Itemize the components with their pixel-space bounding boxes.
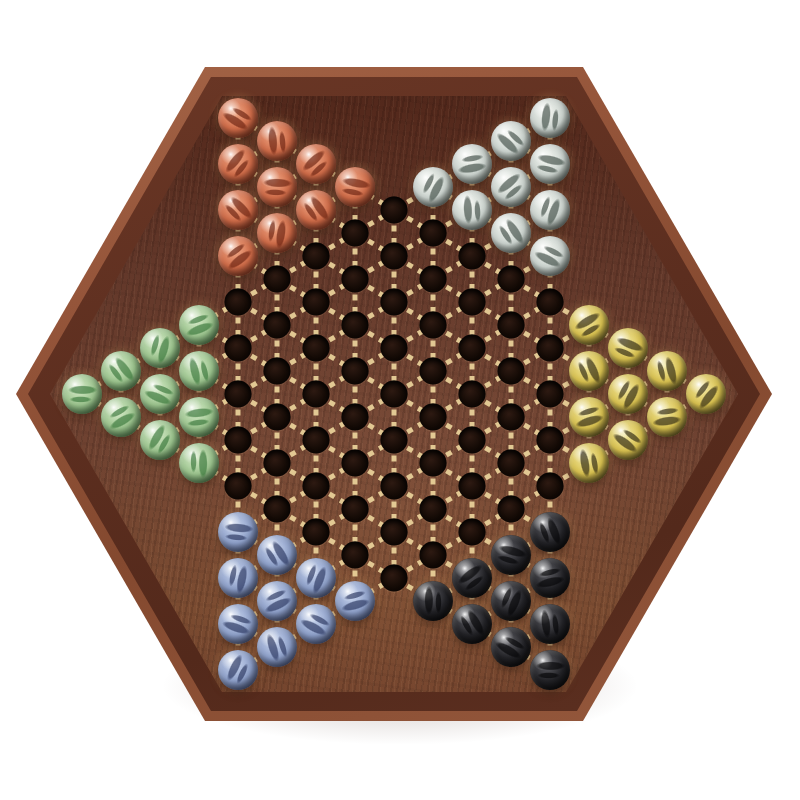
board-hole[interactable] (303, 473, 330, 500)
marble-red[interactable] (335, 167, 375, 207)
board-hole[interactable] (459, 289, 486, 316)
board-hole[interactable] (225, 473, 252, 500)
marble-blue[interactable] (257, 581, 297, 621)
marble-blue[interactable] (257, 627, 297, 667)
marble-red[interactable] (257, 167, 297, 207)
marble-red[interactable] (218, 190, 258, 230)
board-hole[interactable] (342, 496, 369, 523)
marble-blue[interactable] (257, 535, 297, 575)
board-hole[interactable] (303, 381, 330, 408)
board-hole[interactable] (264, 404, 291, 431)
marble-yellow[interactable] (647, 351, 687, 391)
marble-black[interactable] (452, 558, 492, 598)
marble-green[interactable] (140, 374, 180, 414)
board-hole[interactable] (420, 220, 447, 247)
marble-black[interactable] (413, 581, 453, 621)
board-hole[interactable] (537, 427, 564, 454)
board-hole[interactable] (381, 565, 408, 592)
board-hole[interactable] (303, 243, 330, 270)
marble-white[interactable] (530, 190, 570, 230)
marble-black[interactable] (530, 650, 570, 690)
board-hole[interactable] (498, 266, 525, 293)
marble-red[interactable] (218, 144, 258, 184)
board-hole[interactable] (381, 197, 408, 224)
marble-black[interactable] (491, 581, 531, 621)
marble-yellow[interactable] (686, 374, 726, 414)
board-scene (0, 0, 800, 800)
marble-white[interactable] (491, 121, 531, 161)
marble-yellow[interactable] (569, 443, 609, 483)
marble-blue[interactable] (218, 650, 258, 690)
marble-green[interactable] (101, 351, 141, 391)
board-hole[interactable] (537, 289, 564, 316)
marble-yellow[interactable] (569, 351, 609, 391)
marble-blue[interactable] (218, 604, 258, 644)
board-hole[interactable] (264, 266, 291, 293)
board-hole[interactable] (303, 289, 330, 316)
board-hole[interactable] (420, 450, 447, 477)
board-hole[interactable] (303, 519, 330, 546)
board-hole[interactable] (381, 289, 408, 316)
marble-white[interactable] (530, 236, 570, 276)
board-hole[interactable] (420, 496, 447, 523)
marble-black[interactable] (530, 558, 570, 598)
marble-yellow[interactable] (647, 397, 687, 437)
board-hole[interactable] (381, 519, 408, 546)
board-hole[interactable] (264, 496, 291, 523)
marble-red[interactable] (257, 213, 297, 253)
board-hole[interactable] (498, 312, 525, 339)
board-hole[interactable] (225, 427, 252, 454)
marble-black[interactable] (452, 604, 492, 644)
board-hole[interactable] (381, 427, 408, 454)
board-hole[interactable] (537, 473, 564, 500)
marble-white[interactable] (452, 144, 492, 184)
marble-blue[interactable] (218, 558, 258, 598)
board-hole[interactable] (381, 381, 408, 408)
marble-green[interactable] (62, 374, 102, 414)
board-hole[interactable] (303, 427, 330, 454)
marble-white[interactable] (491, 213, 531, 253)
board-hole[interactable] (420, 266, 447, 293)
marble-white[interactable] (530, 98, 570, 138)
board-hole[interactable] (420, 358, 447, 385)
board-hole[interactable] (459, 473, 486, 500)
marble-red[interactable] (296, 144, 336, 184)
marble-yellow[interactable] (569, 397, 609, 437)
marble-green[interactable] (179, 397, 219, 437)
marble-white[interactable] (530, 144, 570, 184)
marble-blue[interactable] (296, 558, 336, 598)
marble-white[interactable] (413, 167, 453, 207)
board-hole[interactable] (342, 450, 369, 477)
board-hole[interactable] (420, 542, 447, 569)
marble-white[interactable] (452, 190, 492, 230)
marble-yellow[interactable] (608, 328, 648, 368)
board-hole[interactable] (459, 243, 486, 270)
marble-green[interactable] (179, 443, 219, 483)
marble-black[interactable] (530, 512, 570, 552)
board-hole[interactable] (342, 220, 369, 247)
marble-green[interactable] (140, 328, 180, 368)
board-hole[interactable] (225, 289, 252, 316)
marble-yellow[interactable] (608, 420, 648, 460)
marble-blue[interactable] (218, 512, 258, 552)
board-hole[interactable] (342, 312, 369, 339)
board-hole[interactable] (342, 404, 369, 431)
board-hole[interactable] (225, 335, 252, 362)
board-hole[interactable] (459, 519, 486, 546)
marble-green[interactable] (140, 420, 180, 460)
board-hole[interactable] (498, 358, 525, 385)
board-hole[interactable] (381, 473, 408, 500)
board-hole[interactable] (225, 381, 252, 408)
marble-green[interactable] (179, 351, 219, 391)
board-hole[interactable] (420, 312, 447, 339)
marble-green[interactable] (101, 397, 141, 437)
board-hole[interactable] (303, 335, 330, 362)
marble-black[interactable] (491, 627, 531, 667)
board-hole[interactable] (537, 335, 564, 362)
board-hole[interactable] (381, 243, 408, 270)
marble-red[interactable] (218, 236, 258, 276)
board-hole[interactable] (420, 404, 447, 431)
marble-black[interactable] (491, 535, 531, 575)
board-hole[interactable] (264, 450, 291, 477)
board-hole[interactable] (264, 312, 291, 339)
board-hole[interactable] (342, 266, 369, 293)
board-hole[interactable] (498, 450, 525, 477)
board-hole[interactable] (537, 381, 564, 408)
marble-blue[interactable] (335, 581, 375, 621)
marble-yellow[interactable] (608, 374, 648, 414)
board-hole[interactable] (342, 542, 369, 569)
marble-white[interactable] (491, 167, 531, 207)
board-hole[interactable] (459, 427, 486, 454)
board-hole[interactable] (342, 358, 369, 385)
board-hole[interactable] (381, 335, 408, 362)
marble-yellow[interactable] (569, 305, 609, 345)
marble-black[interactable] (530, 604, 570, 644)
marble-blue[interactable] (296, 604, 336, 644)
marble-red[interactable] (296, 190, 336, 230)
board-hole[interactable] (459, 335, 486, 362)
marble-red[interactable] (257, 121, 297, 161)
board-hole[interactable] (498, 404, 525, 431)
marble-red[interactable] (218, 98, 258, 138)
board-hole[interactable] (459, 381, 486, 408)
marble-green[interactable] (179, 305, 219, 345)
board-hole[interactable] (498, 496, 525, 523)
board-hole[interactable] (264, 358, 291, 385)
